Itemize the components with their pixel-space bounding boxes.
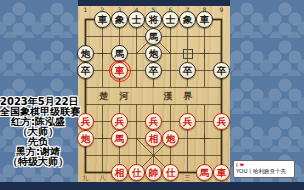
watermark-badge: I ❤ YOU丨哈利路亚十亮 bbox=[233, 160, 295, 178]
piece-black-pawn[interactable]: 卒 bbox=[77, 62, 94, 79]
file-number: 三 bbox=[179, 175, 196, 181]
file-number: 九 bbox=[77, 175, 94, 181]
xiangqi-board: 楚 河 漢 界 123456789 九八七六五四三二一 車象士将士象車馬炮馬炮卒… bbox=[78, 6, 230, 182]
watermark-line2: YOU丨哈利路亚十亮 bbox=[236, 168, 292, 174]
piece-red-horse[interactable]: 馬 bbox=[111, 130, 128, 147]
piece-red-cannon[interactable]: 炮 bbox=[162, 130, 179, 147]
piece-black-king[interactable]: 将 bbox=[145, 11, 162, 28]
point-marker bbox=[98, 134, 107, 143]
video-thumbnail: 楚 河 漢 界 123456789 九八七六五四三二一 車象士将士象車馬炮馬炮卒… bbox=[0, 0, 304, 190]
piece-black-chariot[interactable]: 車 bbox=[196, 11, 213, 28]
move-origin-marker bbox=[183, 49, 193, 59]
piece-black-pawn[interactable]: 卒 bbox=[179, 62, 196, 79]
file-number: 1 bbox=[77, 7, 94, 13]
piece-red-pawn[interactable]: 兵 bbox=[213, 113, 230, 130]
piece-red-pawn[interactable]: 兵 bbox=[145, 113, 162, 130]
river-label-chuhe: 楚 河 bbox=[94, 90, 138, 102]
piece-red-elephant[interactable]: 相 bbox=[145, 130, 162, 147]
piece-red-horse[interactable]: 馬 bbox=[196, 164, 213, 181]
piece-red-chariot[interactable]: 車 bbox=[111, 62, 128, 79]
file-number: 9 bbox=[213, 7, 230, 13]
piece-black-horse[interactable]: 馬 bbox=[145, 28, 162, 45]
caption-black-title: （特级大师） bbox=[0, 157, 76, 167]
piece-red-cannon[interactable]: 炮 bbox=[77, 130, 94, 147]
piece-red-elephant[interactable]: 相 bbox=[111, 164, 128, 181]
piece-black-advisor[interactable]: 士 bbox=[162, 11, 179, 28]
piece-black-elephant[interactable]: 象 bbox=[179, 11, 196, 28]
point-marker bbox=[98, 49, 107, 58]
piece-red-chariot[interactable]: 車 bbox=[213, 164, 230, 181]
piece-black-advisor[interactable]: 士 bbox=[128, 11, 145, 28]
piece-black-elephant[interactable]: 象 bbox=[111, 11, 128, 28]
piece-red-advisor[interactable]: 仕 bbox=[128, 164, 145, 181]
piece-red-pawn[interactable]: 兵 bbox=[111, 113, 128, 130]
point-marker bbox=[200, 49, 209, 58]
piece-red-advisor[interactable]: 仕 bbox=[162, 164, 179, 181]
piece-black-pawn[interactable]: 卒 bbox=[145, 62, 162, 79]
piece-black-pawn[interactable]: 卒 bbox=[213, 62, 230, 79]
piece-black-chariot[interactable]: 車 bbox=[94, 11, 111, 28]
river-label-hanjie: 漢 界 bbox=[158, 90, 202, 102]
piece-red-pawn[interactable]: 兵 bbox=[179, 113, 196, 130]
piece-black-cannon[interactable]: 炮 bbox=[77, 45, 94, 62]
bottom-letterbox-bar bbox=[0, 182, 304, 190]
piece-black-cannon[interactable]: 炮 bbox=[145, 45, 162, 62]
title-card: 2023年5月22日 全国象棋甲级联赛 红方:陈泓盛 （大师） 先负 黑方:谢靖… bbox=[0, 97, 76, 167]
point-marker bbox=[200, 134, 209, 143]
piece-red-king[interactable]: 帥 bbox=[145, 164, 162, 181]
file-number: 八 bbox=[94, 175, 111, 181]
